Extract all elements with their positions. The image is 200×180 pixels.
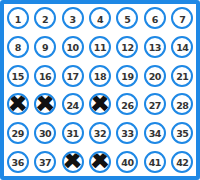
crossed-number-cell[interactable]: ✖ bbox=[86, 90, 113, 119]
number-cell[interactable]: 32 bbox=[86, 119, 113, 148]
number-cell[interactable]: 12 bbox=[114, 33, 141, 62]
number-disc: 36 bbox=[7, 151, 29, 173]
number-label: 12 bbox=[121, 43, 133, 53]
number-disc: ✖ bbox=[89, 93, 111, 115]
number-label: 24 bbox=[66, 100, 78, 110]
number-grid: 123456789101112131415161718192021✖✖24✖26… bbox=[4, 4, 196, 176]
number-label: 9 bbox=[42, 43, 48, 53]
number-label: 19 bbox=[121, 71, 133, 81]
number-cell[interactable]: 19 bbox=[114, 61, 141, 90]
number-cell[interactable]: 2 bbox=[31, 4, 58, 33]
number-disc: 34 bbox=[144, 122, 166, 144]
lottery-board: 123456789101112131415161718192021✖✖24✖26… bbox=[0, 0, 200, 180]
number-disc: 24 bbox=[62, 93, 84, 115]
number-disc: ✖ bbox=[7, 93, 29, 115]
number-cell[interactable]: 29 bbox=[4, 119, 31, 148]
number-label: 6 bbox=[152, 14, 158, 24]
crossed-number-cell[interactable]: ✖ bbox=[31, 90, 58, 119]
number-disc: 35 bbox=[171, 122, 193, 144]
number-disc: 12 bbox=[116, 36, 138, 58]
number-cell[interactable]: 24 bbox=[59, 90, 86, 119]
number-label: 36 bbox=[12, 157, 24, 167]
number-disc: 6 bbox=[144, 7, 166, 29]
number-cell[interactable]: 42 bbox=[169, 147, 196, 176]
number-cell[interactable]: 10 bbox=[59, 33, 86, 62]
number-disc: 32 bbox=[89, 122, 111, 144]
number-disc: 30 bbox=[34, 122, 56, 144]
number-cell[interactable]: 27 bbox=[141, 90, 168, 119]
number-disc: 1 bbox=[7, 7, 29, 29]
number-label: 26 bbox=[121, 100, 133, 110]
number-label: 35 bbox=[176, 129, 188, 139]
number-label: 31 bbox=[66, 129, 78, 139]
number-cell[interactable]: 16 bbox=[31, 61, 58, 90]
number-label: 29 bbox=[12, 129, 24, 139]
number-label: 1 bbox=[15, 14, 21, 24]
number-cell[interactable]: 20 bbox=[141, 61, 168, 90]
crossed-number-cell[interactable]: ✖ bbox=[86, 147, 113, 176]
number-cell[interactable]: 37 bbox=[31, 147, 58, 176]
number-disc: 4 bbox=[89, 7, 111, 29]
number-disc: 14 bbox=[171, 36, 193, 58]
number-disc: 17 bbox=[62, 65, 84, 87]
number-label: 7 bbox=[179, 14, 185, 24]
number-cell[interactable]: 26 bbox=[114, 90, 141, 119]
number-cell[interactable]: 13 bbox=[141, 33, 168, 62]
number-label: 8 bbox=[15, 43, 21, 53]
number-cell[interactable]: 5 bbox=[114, 4, 141, 33]
number-disc: 13 bbox=[144, 36, 166, 58]
number-disc: 27 bbox=[144, 93, 166, 115]
number-cell[interactable]: 35 bbox=[169, 119, 196, 148]
number-disc: 33 bbox=[116, 122, 138, 144]
number-disc: 7 bbox=[171, 7, 193, 29]
cross-mark-icon: ✖ bbox=[62, 151, 83, 173]
number-disc: 40 bbox=[116, 151, 138, 173]
crossed-number-cell[interactable]: ✖ bbox=[59, 147, 86, 176]
number-cell[interactable]: 36 bbox=[4, 147, 31, 176]
number-disc: 9 bbox=[34, 36, 56, 58]
number-disc: 18 bbox=[89, 65, 111, 87]
number-cell[interactable]: 7 bbox=[169, 4, 196, 33]
number-label: 11 bbox=[94, 43, 106, 53]
crossed-number-cell[interactable]: ✖ bbox=[4, 90, 31, 119]
cross-mark-icon: ✖ bbox=[35, 93, 56, 115]
number-cell[interactable]: 8 bbox=[4, 33, 31, 62]
number-disc: 28 bbox=[171, 93, 193, 115]
number-disc: 8 bbox=[7, 36, 29, 58]
number-label: 3 bbox=[70, 14, 76, 24]
number-label: 16 bbox=[39, 71, 51, 81]
number-cell[interactable]: 18 bbox=[86, 61, 113, 90]
number-cell[interactable]: 3 bbox=[59, 4, 86, 33]
number-disc: 5 bbox=[116, 7, 138, 29]
number-label: 15 bbox=[12, 71, 24, 81]
number-label: 40 bbox=[121, 157, 133, 167]
number-disc: 3 bbox=[62, 7, 84, 29]
number-label: 28 bbox=[176, 100, 188, 110]
number-label: 2 bbox=[42, 14, 48, 24]
number-disc: ✖ bbox=[62, 151, 84, 173]
number-label: 42 bbox=[176, 157, 188, 167]
number-label: 32 bbox=[94, 129, 106, 139]
number-label: 34 bbox=[149, 129, 161, 139]
number-disc: 41 bbox=[144, 151, 166, 173]
number-disc: 15 bbox=[7, 65, 29, 87]
number-disc: 16 bbox=[34, 65, 56, 87]
number-cell[interactable]: 14 bbox=[169, 33, 196, 62]
number-cell[interactable]: 4 bbox=[86, 4, 113, 33]
number-disc: 11 bbox=[89, 36, 111, 58]
number-disc: 2 bbox=[34, 7, 56, 29]
number-label: 20 bbox=[149, 71, 161, 81]
number-label: 5 bbox=[124, 14, 130, 24]
number-label: 27 bbox=[149, 100, 161, 110]
number-label: 37 bbox=[39, 157, 51, 167]
number-disc: 19 bbox=[116, 65, 138, 87]
number-disc: 21 bbox=[171, 65, 193, 87]
number-disc: 29 bbox=[7, 122, 29, 144]
number-disc: ✖ bbox=[89, 151, 111, 173]
number-cell[interactable]: 6 bbox=[141, 4, 168, 33]
number-disc: 26 bbox=[116, 93, 138, 115]
number-cell[interactable]: 41 bbox=[141, 147, 168, 176]
number-label: 10 bbox=[66, 43, 78, 53]
number-label: 30 bbox=[39, 129, 51, 139]
number-cell[interactable]: 1 bbox=[4, 4, 31, 33]
cross-mark-icon: ✖ bbox=[7, 93, 28, 115]
number-label: 17 bbox=[66, 71, 78, 81]
number-cell[interactable]: 34 bbox=[141, 119, 168, 148]
number-label: 4 bbox=[97, 14, 103, 24]
number-disc: 31 bbox=[62, 122, 84, 144]
number-disc: 37 bbox=[34, 151, 56, 173]
number-cell[interactable]: 33 bbox=[114, 119, 141, 148]
number-label: 21 bbox=[176, 71, 188, 81]
number-cell[interactable]: 28 bbox=[169, 90, 196, 119]
number-disc: 10 bbox=[62, 36, 84, 58]
number-label: 18 bbox=[94, 71, 106, 81]
number-cell[interactable]: 15 bbox=[4, 61, 31, 90]
number-cell[interactable]: 40 bbox=[114, 147, 141, 176]
number-cell[interactable]: 30 bbox=[31, 119, 58, 148]
cross-mark-icon: ✖ bbox=[90, 151, 111, 173]
number-label: 14 bbox=[176, 43, 188, 53]
number-cell[interactable]: 9 bbox=[31, 33, 58, 62]
number-cell[interactable]: 31 bbox=[59, 119, 86, 148]
cross-mark-icon: ✖ bbox=[90, 93, 111, 115]
number-disc: ✖ bbox=[34, 93, 56, 115]
number-cell[interactable]: 17 bbox=[59, 61, 86, 90]
number-cell[interactable]: 21 bbox=[169, 61, 196, 90]
number-disc: 20 bbox=[144, 65, 166, 87]
number-disc: 42 bbox=[171, 151, 193, 173]
number-label: 33 bbox=[121, 129, 133, 139]
number-cell[interactable]: 11 bbox=[86, 33, 113, 62]
number-label: 41 bbox=[149, 157, 161, 167]
number-label: 13 bbox=[149, 43, 161, 53]
